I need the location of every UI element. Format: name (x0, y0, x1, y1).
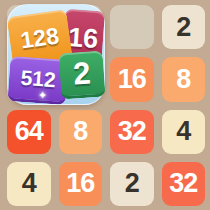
tile-r2c4: 8 (162, 57, 206, 101)
tile-r4c4: 32 (162, 162, 206, 206)
tile-r4c3: 2 (110, 162, 154, 206)
tile-r1c3 (110, 5, 154, 49)
game-screen: 2 16 8 64 8 32 4 4 16 2 32 128 16 512 2 … (0, 0, 210, 210)
sparkle-icon: ✦ (38, 89, 47, 102)
tile-r1c4: 2 (162, 5, 206, 49)
tile-r4c1: 4 (7, 162, 51, 206)
tile-r2c3: 16 (110, 57, 154, 101)
tile-r3c2: 8 (59, 110, 103, 154)
app-logo[interactable]: 128 16 512 2 ✦ (7, 4, 105, 105)
logo-tile-2: 2 (58, 51, 105, 100)
tile-r4c2: 16 (59, 162, 103, 206)
tile-r3c1: 64 (7, 110, 51, 154)
tile-r3c4: 4 (162, 110, 206, 154)
tile-r3c3: 32 (110, 110, 154, 154)
